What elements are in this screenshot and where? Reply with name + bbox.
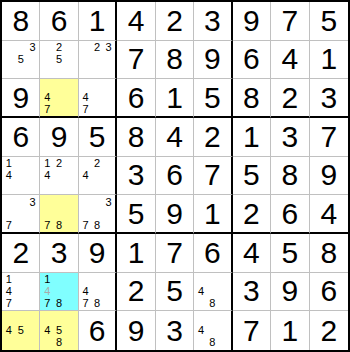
empty-mark-slot: [195, 297, 206, 309]
empty-mark-slot: [91, 274, 102, 286]
pencil-marks-r5c1: 14: [2, 157, 39, 195]
empty-mark-slot: [15, 274, 27, 286]
candidate-8-r9c2: 8: [53, 337, 65, 349]
digit-r6c6: 1: [204, 199, 221, 229]
candidate-4-r8c6: 4: [195, 286, 206, 298]
pencil-marks-r9c1: 45: [2, 311, 39, 350]
empty-mark-slot: [27, 325, 39, 337]
digit-r2c7: 6: [243, 44, 260, 74]
cell-r8c1[interactable]: 147: [2, 273, 40, 312]
pencil-marks-r8c2: 1478: [40, 273, 77, 311]
cell-r8c4[interactable]: 2: [117, 273, 155, 312]
cell-r8c7[interactable]: 3: [233, 273, 271, 312]
digit-r8c7: 3: [243, 276, 260, 306]
candidate-4-r3c3: 4: [80, 92, 91, 104]
empty-mark-slot: [91, 54, 102, 66]
candidate-7-r8c3: 7: [80, 297, 91, 309]
candidate-5-r9c1: 5: [15, 325, 27, 337]
empty-mark-slot: [15, 42, 27, 54]
empty-mark-slot: [41, 196, 53, 208]
digit-r7c3: 9: [89, 238, 106, 268]
candidate-4-r8c1: 4: [3, 286, 15, 298]
candidate-1-r5c2: 1: [41, 158, 53, 170]
cell-r7c1[interactable]: 2: [2, 234, 40, 273]
digit-r1c1: 8: [12, 6, 29, 36]
empty-mark-slot: [53, 65, 65, 77]
digit-r5c9: 9: [320, 160, 337, 190]
candidate-3-r2c1: 3: [27, 42, 39, 54]
candidate-2-r5c2: 2: [53, 158, 65, 170]
candidate-8-r9c6: 8: [207, 337, 218, 349]
cell-r3c4[interactable]: 6: [117, 79, 155, 118]
empty-mark-slot: [65, 219, 77, 231]
digit-r2c8: 4: [281, 44, 298, 74]
candidate-7-r6c2: 7: [41, 219, 53, 231]
cell-r3c9[interactable]: 3: [310, 79, 348, 118]
empty-mark-slot: [53, 103, 65, 115]
empty-mark-slot: [80, 274, 91, 286]
digit-r1c3: 1: [89, 6, 106, 36]
candidate-4-r5c3: 4: [80, 170, 91, 182]
empty-mark-slot: [65, 297, 77, 309]
digit-r4c3: 5: [89, 122, 106, 152]
digit-r5c4: 3: [128, 160, 145, 190]
empty-mark-slot: [80, 80, 91, 92]
candidate-2-r2c3: 2: [91, 42, 102, 54]
cell-r5c2[interactable]: 124: [40, 157, 78, 196]
cell-r1c3[interactable]: 1: [79, 2, 117, 41]
cell-r4c2[interactable]: 9: [40, 118, 78, 157]
candidate-3-r2c3: 3: [103, 42, 114, 54]
candidate-8-r6c3: 8: [91, 219, 102, 231]
cell-r6c1[interactable]: 37: [2, 195, 40, 234]
digit-r4c6: 2: [204, 122, 221, 152]
candidate-1-r8c1: 1: [3, 274, 15, 286]
empty-mark-slot: [218, 286, 229, 298]
digit-r3c9: 3: [320, 83, 337, 113]
digit-r7c5: 7: [166, 238, 183, 268]
cell-r2c8[interactable]: 4: [271, 41, 309, 80]
empty-mark-slot: [195, 312, 206, 324]
empty-mark-slot: [3, 65, 15, 77]
empty-mark-slot: [91, 286, 102, 298]
digit-r3c1: 9: [12, 83, 29, 113]
candidate-1-r8c2: 1: [41, 274, 53, 286]
cell-r9c7[interactable]: 7: [233, 311, 271, 350]
candidate-4-r9c1: 4: [3, 325, 15, 337]
digit-r9c7: 7: [243, 316, 260, 346]
cell-r4c8[interactable]: 3: [271, 118, 309, 157]
empty-mark-slot: [27, 208, 39, 220]
cell-r4c9[interactable]: 7: [310, 118, 348, 157]
digit-r3c7: 8: [243, 83, 260, 113]
empty-mark-slot: [27, 286, 39, 298]
cell-r3c3[interactable]: 47: [79, 79, 117, 118]
cell-r2c4[interactable]: 7: [117, 41, 155, 80]
empty-mark-slot: [53, 181, 65, 193]
empty-mark-slot: [80, 181, 91, 193]
cell-r7c5[interactable]: 7: [156, 234, 194, 273]
empty-mark-slot: [15, 297, 27, 309]
digit-r1c9: 5: [320, 6, 337, 36]
digit-r8c4: 2: [128, 276, 145, 306]
empty-mark-slot: [53, 274, 65, 286]
digit-r6c7: 2: [243, 199, 260, 229]
candidate-7-r6c3: 7: [80, 219, 91, 231]
empty-mark-slot: [91, 92, 102, 104]
cell-r2c1[interactable]: 35: [2, 41, 40, 80]
empty-mark-slot: [53, 196, 65, 208]
digit-r1c4: 4: [128, 6, 145, 36]
cell-r3c6[interactable]: 5: [194, 79, 232, 118]
cell-r6c2[interactable]: 78: [40, 195, 78, 234]
digit-r5c7: 5: [243, 160, 260, 190]
digit-r8c9: 6: [320, 276, 337, 306]
empty-mark-slot: [103, 92, 114, 104]
cell-r1c6[interactable]: 3: [194, 2, 232, 41]
candidate-7-r8c1: 7: [3, 297, 15, 309]
empty-mark-slot: [103, 219, 114, 231]
cell-r6c4[interactable]: 5: [117, 195, 155, 234]
pencil-marks-r2c2: 25: [40, 41, 77, 79]
cell-r6c5[interactable]: 9: [156, 195, 194, 234]
empty-mark-slot: [103, 158, 114, 170]
cell-r2c9[interactable]: 1: [310, 41, 348, 80]
cell-r2c5[interactable]: 8: [156, 41, 194, 80]
empty-mark-slot: [27, 54, 39, 66]
empty-mark-slot: [3, 181, 15, 193]
empty-mark-slot: [65, 103, 77, 115]
empty-mark-slot: [27, 337, 39, 349]
digit-r2c9: 1: [320, 44, 337, 74]
empty-mark-slot: [27, 181, 39, 193]
digit-r1c5: 2: [166, 6, 183, 36]
pencil-marks-r2c1: 35: [2, 41, 39, 79]
digit-r7c8: 5: [281, 238, 298, 268]
empty-mark-slot: [65, 312, 77, 324]
cell-r8c6[interactable]: 48: [194, 273, 232, 312]
empty-mark-slot: [207, 325, 218, 337]
cell-r2c7[interactable]: 6: [233, 41, 271, 80]
cell-r1c4[interactable]: 4: [117, 2, 155, 41]
pencil-marks-r9c6: 48: [194, 311, 230, 350]
digit-r6c9: 4: [320, 199, 337, 229]
empty-mark-slot: [91, 103, 102, 115]
empty-mark-slot: [80, 158, 91, 170]
empty-mark-slot: [207, 274, 218, 286]
candidate-4-r9c6: 4: [195, 325, 206, 337]
empty-mark-slot: [15, 196, 27, 208]
empty-mark-slot: [195, 274, 206, 286]
cell-r3c5[interactable]: 1: [156, 79, 194, 118]
digit-r7c7: 4: [243, 238, 260, 268]
cell-r3c2[interactable]: 47: [40, 79, 78, 118]
cell-r5c6[interactable]: 7: [194, 157, 232, 196]
cell-r9c4[interactable]: 9: [117, 311, 155, 350]
empty-mark-slot: [65, 286, 77, 298]
empty-mark-slot: [65, 65, 77, 77]
empty-mark-slot: [27, 65, 39, 77]
cell-r2c6[interactable]: 9: [194, 41, 232, 80]
cell-r1c8[interactable]: 7: [271, 2, 309, 41]
empty-mark-slot: [15, 181, 27, 193]
empty-mark-slot: [65, 181, 77, 193]
candidate-8-r8c3: 8: [91, 297, 102, 309]
cell-r5c4[interactable]: 3: [117, 157, 155, 196]
empty-mark-slot: [91, 196, 102, 208]
digit-r2c4: 7: [128, 44, 145, 74]
digit-r1c7: 9: [243, 6, 260, 36]
cell-r8c5[interactable]: 5: [156, 273, 194, 312]
candidate-2-r2c2: 2: [53, 42, 65, 54]
digit-r5c8: 8: [281, 160, 298, 190]
cell-r1c2[interactable]: 6: [40, 2, 78, 41]
digit-r1c8: 7: [281, 6, 298, 36]
empty-mark-slot: [65, 170, 77, 182]
cell-r1c1[interactable]: 8: [2, 2, 40, 41]
empty-mark-slot: [65, 325, 77, 337]
cell-r4c1[interactable]: 6: [2, 118, 40, 157]
candidate-8-r8c2: 8: [53, 297, 65, 309]
empty-mark-slot: [53, 312, 65, 324]
digit-r2c6: 9: [204, 44, 221, 74]
cell-r8c8[interactable]: 9: [271, 273, 309, 312]
empty-mark-slot: [91, 181, 102, 193]
empty-mark-slot: [218, 312, 229, 324]
empty-mark-slot: [3, 42, 15, 54]
digit-r9c5: 3: [166, 316, 183, 346]
cell-r7c6[interactable]: 6: [194, 234, 232, 273]
empty-mark-slot: [103, 286, 114, 298]
empty-mark-slot: [53, 208, 65, 220]
digit-r6c8: 6: [281, 199, 298, 229]
empty-mark-slot: [53, 286, 65, 298]
digit-r9c3: 6: [89, 316, 106, 346]
empty-mark-slot: [65, 92, 77, 104]
empty-mark-slot: [41, 42, 53, 54]
pencil-marks-r5c2: 124: [40, 157, 77, 195]
digit-r1c6: 3: [204, 6, 221, 36]
empty-mark-slot: [91, 65, 102, 77]
cell-r1c5[interactable]: 2: [156, 2, 194, 41]
empty-mark-slot: [27, 312, 39, 324]
sudoku-board: 8614239753525237896419474761582369584213…: [0, 0, 350, 352]
digit-r9c4: 9: [128, 316, 145, 346]
empty-mark-slot: [3, 196, 15, 208]
cell-r7c4[interactable]: 1: [117, 234, 155, 273]
candidate-7-r3c2: 7: [41, 103, 53, 115]
digit-r4c4: 8: [128, 122, 145, 152]
candidate-4-r5c1: 4: [3, 170, 15, 182]
cell-r6c7[interactable]: 2: [233, 195, 271, 234]
cell-r6c6[interactable]: 1: [194, 195, 232, 234]
empty-mark-slot: [3, 312, 15, 324]
cell-r2c2[interactable]: 25: [40, 41, 78, 80]
candidate-8-r8c6: 8: [207, 297, 218, 309]
empty-mark-slot: [80, 65, 91, 77]
cell-r1c9[interactable]: 5: [310, 2, 348, 41]
pencil-marks-r6c2: 78: [40, 195, 77, 232]
cell-r4c6[interactable]: 2: [194, 118, 232, 157]
cell-r5c5[interactable]: 6: [156, 157, 194, 196]
digit-r7c1: 2: [12, 238, 29, 268]
empty-mark-slot: [65, 208, 77, 220]
cell-r9c3[interactable]: 6: [79, 311, 117, 350]
pencil-marks-r6c3: 378: [79, 195, 115, 232]
digit-r4c9: 7: [320, 122, 337, 152]
cell-r3c1[interactable]: 9: [2, 79, 40, 118]
pencil-marks-r9c2: 458: [40, 311, 77, 350]
digit-r4c8: 3: [281, 122, 298, 152]
empty-mark-slot: [3, 54, 15, 66]
cell-r9c5[interactable]: 3: [156, 311, 194, 350]
candidate-3-r6c3: 3: [103, 196, 114, 208]
cell-r9c2[interactable]: 458: [40, 311, 78, 350]
empty-mark-slot: [218, 274, 229, 286]
empty-mark-slot: [15, 286, 27, 298]
candidate-7-r6c1: 7: [3, 219, 15, 231]
empty-mark-slot: [195, 337, 206, 349]
digit-r4c5: 4: [166, 122, 183, 152]
candidate-2-r5c3: 2: [91, 158, 102, 170]
candidate-5-r2c2: 5: [53, 54, 65, 66]
cell-r4c5[interactable]: 4: [156, 118, 194, 157]
empty-mark-slot: [15, 65, 27, 77]
empty-mark-slot: [27, 170, 39, 182]
empty-mark-slot: [65, 54, 77, 66]
empty-mark-slot: [65, 158, 77, 170]
digit-r7c6: 6: [204, 238, 221, 268]
cell-r8c2[interactable]: 1478: [40, 273, 78, 312]
cell-r6c3[interactable]: 378: [79, 195, 117, 234]
empty-mark-slot: [80, 42, 91, 54]
cell-r9c6[interactable]: 48: [194, 311, 232, 350]
pencil-marks-r5c3: 24: [79, 157, 115, 195]
empty-mark-slot: [15, 158, 27, 170]
cell-r6c9[interactable]: 4: [310, 195, 348, 234]
cell-r3c8[interactable]: 2: [271, 79, 309, 118]
digit-r4c7: 1: [243, 122, 260, 152]
candidate-4-r8c3: 4: [80, 286, 91, 298]
digit-r5c6: 7: [204, 160, 221, 190]
cell-r7c7[interactable]: 4: [233, 234, 271, 273]
cell-r4c7[interactable]: 1: [233, 118, 271, 157]
pencil-marks-r8c1: 147: [2, 273, 39, 311]
empty-mark-slot: [207, 312, 218, 324]
candidate-8-r6c2: 8: [53, 219, 65, 231]
pencil-marks-r8c3: 478: [79, 273, 115, 311]
digit-r6c4: 5: [128, 199, 145, 229]
digit-r5c5: 6: [166, 160, 183, 190]
cell-r7c3[interactable]: 9: [79, 234, 117, 273]
empty-mark-slot: [80, 54, 91, 66]
digit-r6c5: 9: [166, 199, 183, 229]
candidate-4-r9c2: 4: [41, 325, 53, 337]
candidate-4-r3c2: 4: [41, 92, 53, 104]
empty-mark-slot: [65, 274, 77, 286]
empty-mark-slot: [218, 325, 229, 337]
digit-r4c2: 9: [51, 122, 68, 152]
cell-r3c7[interactable]: 8: [233, 79, 271, 118]
candidate-4-r8c2: 4: [41, 286, 53, 298]
empty-mark-slot: [15, 208, 27, 220]
digit-r9c9: 2: [320, 316, 337, 346]
empty-mark-slot: [27, 274, 39, 286]
digit-r7c9: 8: [320, 238, 337, 268]
empty-mark-slot: [15, 312, 27, 324]
cell-r4c3[interactable]: 5: [79, 118, 117, 157]
empty-mark-slot: [80, 196, 91, 208]
cell-r9c1[interactable]: 45: [2, 311, 40, 350]
empty-mark-slot: [27, 219, 39, 231]
candidate-3-r6c1: 3: [27, 196, 39, 208]
candidate-1-r5c1: 1: [3, 158, 15, 170]
cell-r9c9[interactable]: 2: [310, 311, 348, 350]
cell-r5c8[interactable]: 8: [271, 157, 309, 196]
empty-mark-slot: [3, 208, 15, 220]
empty-mark-slot: [80, 208, 91, 220]
cell-r5c1[interactable]: 14: [2, 157, 40, 196]
cell-r7c8[interactable]: 5: [271, 234, 309, 273]
cell-r7c2[interactable]: 3: [40, 234, 78, 273]
empty-mark-slot: [53, 80, 65, 92]
digit-r3c4: 6: [128, 83, 145, 113]
digit-r7c2: 3: [51, 238, 68, 268]
empty-mark-slot: [103, 65, 114, 77]
digit-r3c6: 5: [204, 83, 221, 113]
empty-mark-slot: [15, 337, 27, 349]
empty-mark-slot: [41, 337, 53, 349]
pencil-marks-r3c2: 47: [40, 79, 77, 116]
cell-r5c9[interactable]: 9: [310, 157, 348, 196]
empty-mark-slot: [103, 208, 114, 220]
empty-mark-slot: [53, 170, 65, 182]
digit-r7c4: 1: [128, 238, 145, 268]
empty-mark-slot: [103, 170, 114, 182]
cell-r7c9[interactable]: 8: [310, 234, 348, 273]
cell-r4c4[interactable]: 8: [117, 118, 155, 157]
empty-mark-slot: [41, 80, 53, 92]
cell-r8c9[interactable]: 6: [310, 273, 348, 312]
candidate-5-r9c2: 5: [53, 325, 65, 337]
empty-mark-slot: [65, 80, 77, 92]
empty-mark-slot: [218, 337, 229, 349]
empty-mark-slot: [218, 297, 229, 309]
empty-mark-slot: [103, 274, 114, 286]
cell-r8c3[interactable]: 478: [79, 273, 117, 312]
candidate-5-r2c1: 5: [15, 54, 27, 66]
empty-mark-slot: [41, 208, 53, 220]
digit-r2c5: 8: [166, 44, 183, 74]
digit-r4c1: 6: [12, 122, 29, 152]
candidate-7-r8c2: 7: [41, 297, 53, 309]
cell-r5c7[interactable]: 5: [233, 157, 271, 196]
cell-r1c7[interactable]: 9: [233, 2, 271, 41]
digit-r9c8: 1: [281, 316, 298, 346]
cell-r9c8[interactable]: 1: [271, 311, 309, 350]
pencil-marks-r3c3: 47: [79, 79, 115, 116]
pencil-marks-r8c6: 48: [194, 273, 230, 311]
pencil-marks-r6c1: 37: [2, 195, 39, 232]
cell-r6c8[interactable]: 6: [271, 195, 309, 234]
cell-r5c3[interactable]: 24: [79, 157, 117, 196]
digit-r3c5: 1: [166, 83, 183, 113]
candidate-4-r5c2: 4: [41, 170, 53, 182]
empty-mark-slot: [103, 103, 114, 115]
cell-r2c3[interactable]: 23: [79, 41, 117, 80]
empty-mark-slot: [207, 286, 218, 298]
digit-r8c5: 5: [166, 276, 183, 306]
